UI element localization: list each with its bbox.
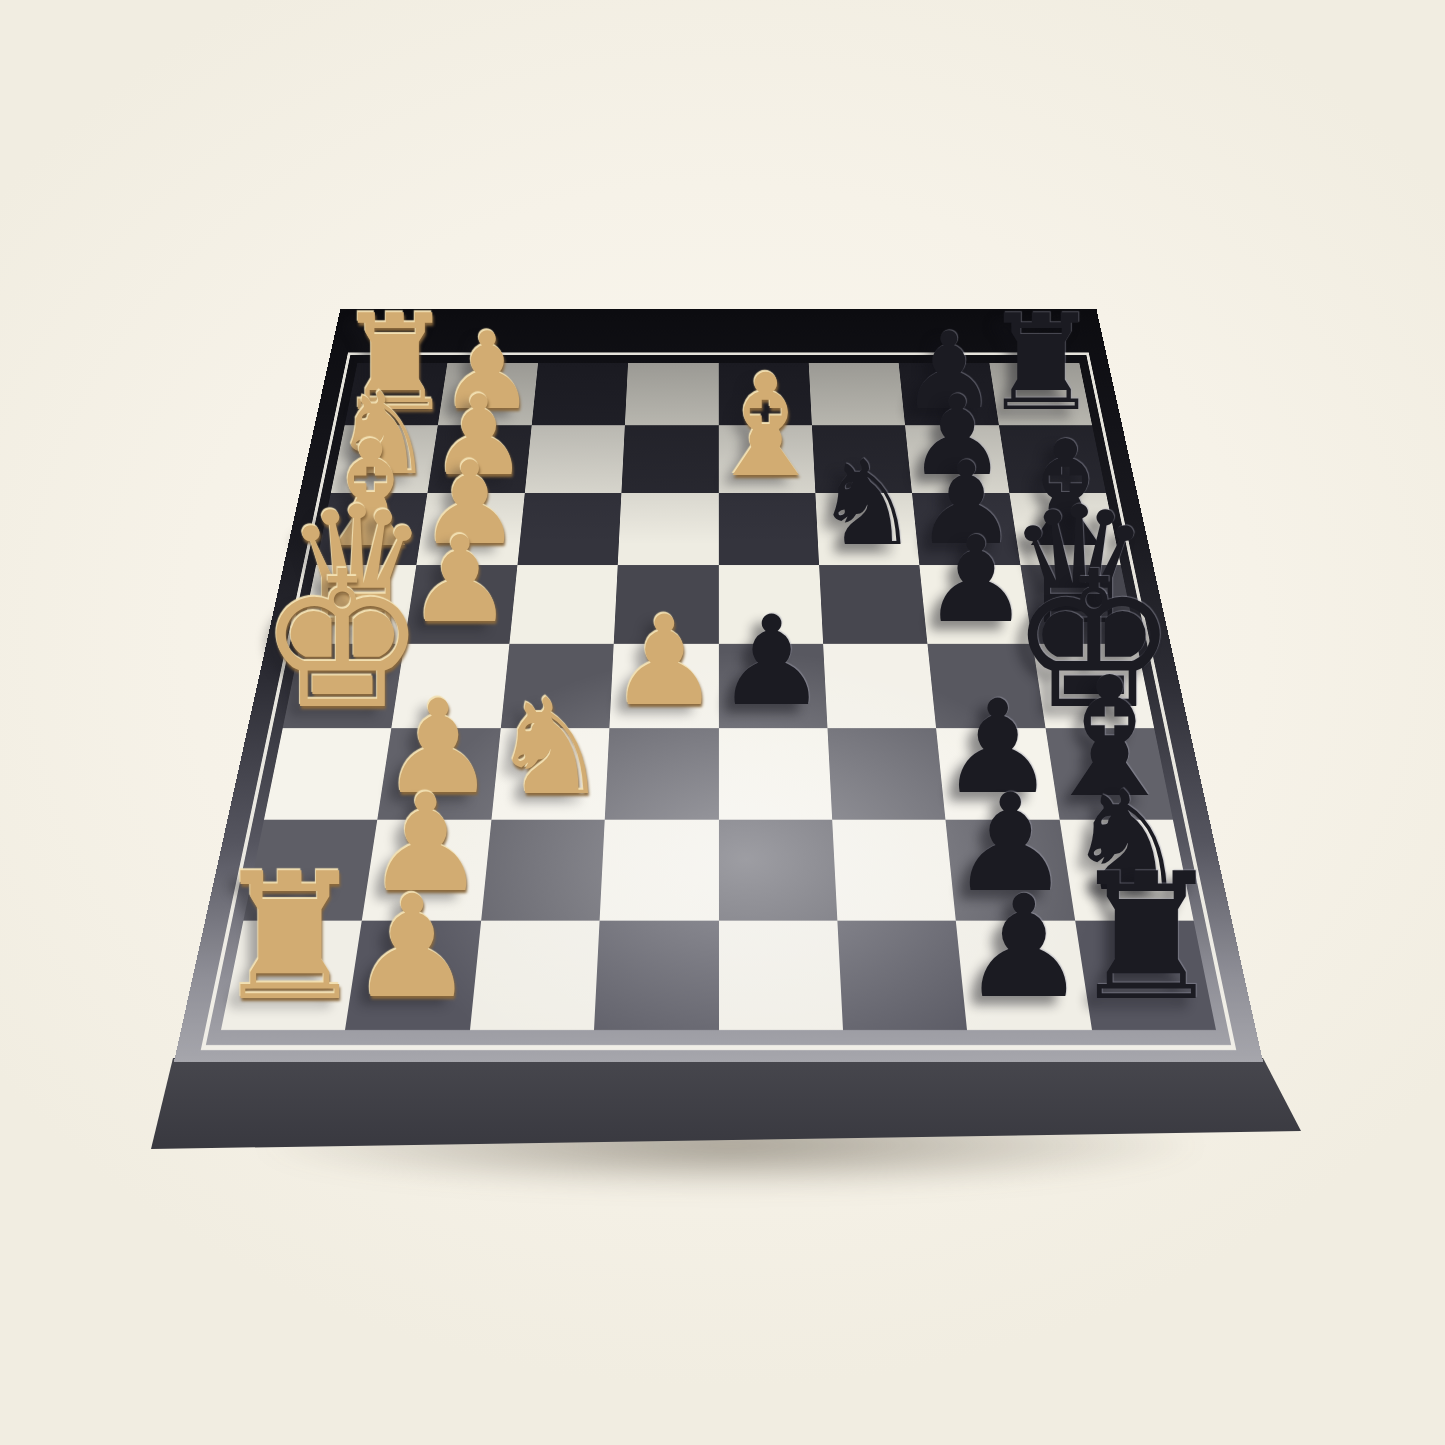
black-pawn-e5[interactable]: ♟ xyxy=(682,598,862,722)
square-g4[interactable] xyxy=(599,820,718,920)
square-f5[interactable] xyxy=(718,728,832,820)
photo-scene: ♜♟♜♟♞♟♝♟♝♟♝♟♞♛♟♛♟♚♟♚♟♟♞♝♟♟♞♟♜♟♜♟ xyxy=(0,0,1445,1445)
square-g5[interactable] xyxy=(718,820,837,920)
square-h5[interactable] xyxy=(718,920,842,1030)
pieces-layer: ♜♟♜♟♞♟♝♟♝♟♝♟♞♛♟♛♟♚♟♚♟♟♞♝♟♟♞♟♜♟♜♟ xyxy=(0,0,1445,1445)
white-pawn-h2[interactable]: ♟ xyxy=(322,877,502,1018)
black-pawn-h7[interactable]: ♟ xyxy=(934,877,1114,1018)
square-h4[interactable] xyxy=(594,920,718,1030)
